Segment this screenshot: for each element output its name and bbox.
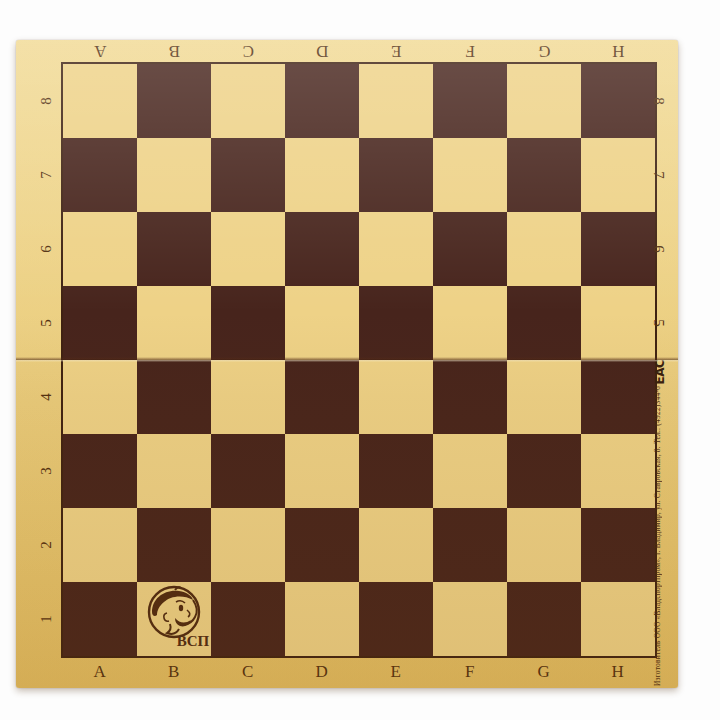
- square-h3[interactable]: [581, 434, 655, 508]
- square-f2[interactable]: [433, 508, 507, 582]
- fold-line: [16, 357, 678, 362]
- square-c6[interactable]: [211, 212, 285, 286]
- square-a3[interactable]: [63, 434, 137, 508]
- square-f3[interactable]: [433, 434, 507, 508]
- square-c8[interactable]: [211, 64, 285, 138]
- square-f1[interactable]: [433, 582, 507, 656]
- square-e4[interactable]: [359, 360, 433, 434]
- file-top-g: G: [507, 40, 581, 62]
- square-c3[interactable]: [211, 434, 285, 508]
- square-d5[interactable]: [285, 286, 359, 360]
- square-f6[interactable]: [433, 212, 507, 286]
- rank-labels-right: 8765: [646, 64, 672, 360]
- square-d7[interactable]: [285, 138, 359, 212]
- square-a7[interactable]: [63, 138, 137, 212]
- square-g3[interactable]: [507, 434, 581, 508]
- file-bottom-c: C: [211, 658, 285, 686]
- square-d4[interactable]: [285, 360, 359, 434]
- file-top-c: C: [211, 40, 285, 62]
- square-g4[interactable]: [507, 360, 581, 434]
- rank-right-8: 8: [622, 88, 696, 114]
- file-bottom-e: E: [359, 658, 433, 686]
- square-h4[interactable]: [581, 360, 655, 434]
- square-h2[interactable]: [581, 508, 655, 582]
- board-photo: ABCDEFGH 87654321 8765 ABCDEFGH ВСП ЕАС: [0, 0, 720, 720]
- square-c7[interactable]: [211, 138, 285, 212]
- square-c2[interactable]: [211, 508, 285, 582]
- file-bottom-f: F: [433, 658, 507, 686]
- square-a8[interactable]: [63, 64, 137, 138]
- chessboard: ABCDEFGH 87654321 8765 ABCDEFGH ВСП ЕАС: [16, 40, 678, 688]
- rank-right-5: 5: [622, 310, 696, 336]
- square-a4[interactable]: [63, 360, 137, 434]
- square-d2[interactable]: [285, 508, 359, 582]
- square-b6[interactable]: [137, 212, 211, 286]
- file-bottom-d: D: [285, 658, 359, 686]
- square-f8[interactable]: [433, 64, 507, 138]
- logo-text: ВСП: [177, 633, 210, 649]
- square-g6[interactable]: [507, 212, 581, 286]
- file-bottom-h: H: [581, 658, 655, 686]
- file-top-e: E: [359, 40, 433, 62]
- square-c1[interactable]: [211, 582, 285, 656]
- rank-right-7: 7: [622, 162, 696, 188]
- square-b5[interactable]: [137, 286, 211, 360]
- file-top-b: B: [137, 40, 211, 62]
- square-g7[interactable]: [507, 138, 581, 212]
- square-b2[interactable]: [137, 508, 211, 582]
- file-bottom-a: A: [63, 658, 137, 686]
- file-labels-bottom: ABCDEFGH: [63, 658, 655, 686]
- square-f7[interactable]: [433, 138, 507, 212]
- file-bottom-g: G: [507, 658, 581, 686]
- square-e5[interactable]: [359, 286, 433, 360]
- square-h1[interactable]: [581, 582, 655, 656]
- square-b3[interactable]: [137, 434, 211, 508]
- file-top-d: D: [285, 40, 359, 62]
- square-g2[interactable]: [507, 508, 581, 582]
- file-top-h: H: [581, 40, 655, 62]
- square-d8[interactable]: [285, 64, 359, 138]
- square-b8[interactable]: [137, 64, 211, 138]
- square-a1[interactable]: [63, 582, 137, 656]
- square-a2[interactable]: [63, 508, 137, 582]
- square-e2[interactable]: [359, 508, 433, 582]
- manufacturer-info-text: Изготовитель ООО «Владспортпром», г. Вла…: [653, 386, 667, 686]
- square-a6[interactable]: [63, 212, 137, 286]
- eac-certification-mark: ЕАС: [650, 359, 670, 385]
- file-bottom-b: B: [137, 658, 211, 686]
- square-e7[interactable]: [359, 138, 433, 212]
- square-g8[interactable]: [507, 64, 581, 138]
- square-e6[interactable]: [359, 212, 433, 286]
- file-labels-top: ABCDEFGH: [63, 40, 655, 62]
- square-a5[interactable]: [63, 286, 137, 360]
- square-d1[interactable]: [285, 582, 359, 656]
- rank-right-6: 6: [622, 236, 696, 262]
- square-f4[interactable]: [433, 360, 507, 434]
- vsp-logo: ВСП: [137, 582, 211, 656]
- square-g1[interactable]: [507, 582, 581, 656]
- square-d3[interactable]: [285, 434, 359, 508]
- square-b4[interactable]: [137, 360, 211, 434]
- square-b7[interactable]: [137, 138, 211, 212]
- square-e1[interactable]: [359, 582, 433, 656]
- boy-in-beret-icon: ВСП: [137, 582, 211, 656]
- square-f5[interactable]: [433, 286, 507, 360]
- file-top-a: A: [63, 40, 137, 62]
- square-c4[interactable]: [211, 360, 285, 434]
- square-c5[interactable]: [211, 286, 285, 360]
- square-d6[interactable]: [285, 212, 359, 286]
- square-g5[interactable]: [507, 286, 581, 360]
- square-e8[interactable]: [359, 64, 433, 138]
- square-e3[interactable]: [359, 434, 433, 508]
- file-top-f: F: [433, 40, 507, 62]
